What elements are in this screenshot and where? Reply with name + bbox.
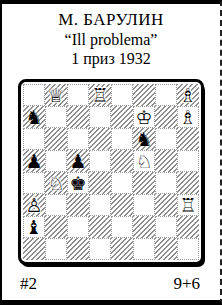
square-f7: ♔ bbox=[133, 106, 155, 128]
white-pawn-icon: ♙ bbox=[25, 194, 42, 216]
square-h3: ♖ bbox=[177, 194, 199, 216]
square-c8 bbox=[67, 84, 89, 106]
square-d5 bbox=[89, 150, 111, 172]
square-g1 bbox=[155, 238, 177, 260]
white-king-icon: ♔ bbox=[135, 106, 152, 128]
square-e6 bbox=[111, 128, 133, 150]
square-h5 bbox=[177, 150, 199, 172]
square-a2: ♝ bbox=[23, 216, 45, 238]
square-b5 bbox=[45, 150, 67, 172]
square-h8: ♗ bbox=[177, 84, 199, 106]
square-h7: ♗ bbox=[177, 106, 199, 128]
square-e4 bbox=[111, 172, 133, 194]
square-g5 bbox=[155, 150, 177, 172]
material-count: 9+6 bbox=[173, 274, 200, 294]
square-d6 bbox=[89, 128, 111, 150]
white-knight-icon: ♘ bbox=[47, 172, 64, 194]
square-a3: ♙ bbox=[23, 194, 45, 216]
square-c7 bbox=[67, 106, 89, 128]
square-g3 bbox=[155, 194, 177, 216]
square-e5 bbox=[111, 150, 133, 172]
square-b8: ♕ bbox=[45, 84, 67, 106]
problem-header: М. БАРУЛИН “Ill problema” 1 приз 1932 bbox=[2, 4, 220, 68]
white-knight-icon: ♘ bbox=[135, 150, 152, 172]
black-pawn-icon: ♟ bbox=[69, 150, 86, 172]
square-b4: ♘ bbox=[45, 172, 67, 194]
source-title: “Ill problema” bbox=[2, 30, 220, 49]
stipulation: #2 bbox=[20, 274, 37, 294]
square-d8: ♖ bbox=[89, 84, 111, 106]
diagram-caption: #2 9+6 bbox=[2, 265, 220, 294]
square-g8 bbox=[155, 84, 177, 106]
square-g7 bbox=[155, 106, 177, 128]
square-c6 bbox=[67, 128, 89, 150]
square-a5: ♟ bbox=[23, 150, 45, 172]
square-d2 bbox=[89, 216, 111, 238]
square-h2 bbox=[177, 216, 199, 238]
square-d1 bbox=[89, 238, 111, 260]
square-g2 bbox=[155, 216, 177, 238]
square-e8 bbox=[111, 84, 133, 106]
black-pawn-icon: ♟ bbox=[25, 150, 42, 172]
square-f6: ♞ bbox=[133, 128, 155, 150]
square-b7 bbox=[45, 106, 67, 128]
square-f4 bbox=[133, 172, 155, 194]
white-queen-icon: ♕ bbox=[47, 84, 64, 106]
white-bishop-icon: ♗ bbox=[179, 106, 196, 128]
black-bishop-icon: ♝ bbox=[25, 216, 42, 238]
square-b3 bbox=[45, 194, 67, 216]
square-e3 bbox=[111, 194, 133, 216]
square-c5: ♟ bbox=[67, 150, 89, 172]
composer-name: М. БАРУЛИН bbox=[2, 9, 220, 30]
square-h1 bbox=[177, 238, 199, 260]
square-d7 bbox=[89, 106, 111, 128]
square-e1 bbox=[111, 238, 133, 260]
square-a6 bbox=[23, 128, 45, 150]
square-d3 bbox=[89, 194, 111, 216]
chess-board: ♕♖♗♞♔♗♞♟♟♘♘♚♙♖♝ bbox=[23, 84, 199, 260]
square-h6 bbox=[177, 128, 199, 150]
white-rook-icon: ♖ bbox=[179, 194, 196, 216]
chess-board-frame: ♕♖♗♞♔♗♞♟♟♘♘♚♙♖♝ bbox=[18, 79, 204, 265]
square-a7: ♞ bbox=[23, 106, 45, 128]
black-knight-icon: ♞ bbox=[25, 106, 42, 128]
square-b6 bbox=[45, 128, 67, 150]
square-b1 bbox=[45, 238, 67, 260]
square-f8 bbox=[133, 84, 155, 106]
square-a1 bbox=[23, 238, 45, 260]
square-f3 bbox=[133, 194, 155, 216]
square-a4 bbox=[23, 172, 45, 194]
square-f2 bbox=[133, 216, 155, 238]
square-a8 bbox=[23, 84, 45, 106]
black-knight-icon: ♞ bbox=[135, 128, 152, 150]
award-line: 1 приз 1932 bbox=[2, 49, 220, 68]
square-f5: ♘ bbox=[133, 150, 155, 172]
square-g4 bbox=[155, 172, 177, 194]
square-c3 bbox=[67, 194, 89, 216]
square-e7 bbox=[111, 106, 133, 128]
square-c2 bbox=[67, 216, 89, 238]
square-h4 bbox=[177, 172, 199, 194]
square-c1 bbox=[67, 238, 89, 260]
book-page: М. БАРУЛИН “Ill problema” 1 приз 1932 ♕♖… bbox=[0, 0, 222, 305]
square-c4: ♚ bbox=[67, 172, 89, 194]
square-e2 bbox=[111, 216, 133, 238]
black-king-icon: ♚ bbox=[69, 172, 86, 194]
white-bishop-icon: ♗ bbox=[179, 84, 196, 106]
square-d4 bbox=[89, 172, 111, 194]
square-f1 bbox=[133, 238, 155, 260]
square-b2 bbox=[45, 216, 67, 238]
square-g6 bbox=[155, 128, 177, 150]
white-rook-icon: ♖ bbox=[91, 84, 108, 106]
